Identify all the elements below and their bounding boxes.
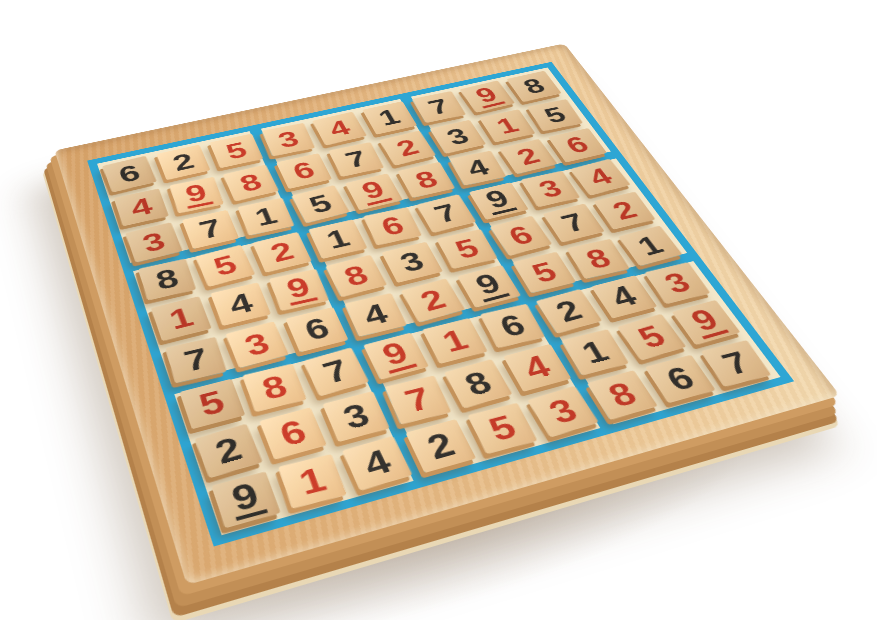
digit-4: 4 bbox=[518, 351, 555, 384]
digit-5: 5 bbox=[223, 139, 251, 163]
tile-r9c1[interactable]: 9 bbox=[212, 472, 282, 529]
digit-8: 8 bbox=[519, 75, 549, 97]
digit-5: 5 bbox=[540, 104, 570, 127]
digit-5: 5 bbox=[305, 191, 336, 217]
digit-8: 8 bbox=[602, 378, 642, 413]
digit-3: 3 bbox=[396, 248, 429, 277]
digit-9: 9 bbox=[180, 181, 213, 209]
digit-1: 1 bbox=[166, 303, 197, 334]
digit-6: 6 bbox=[289, 159, 318, 184]
tile-r9c2[interactable]: 1 bbox=[278, 454, 347, 509]
digit-3: 3 bbox=[659, 268, 696, 298]
digit-5: 5 bbox=[632, 321, 671, 353]
tile-r9c3[interactable]: 4 bbox=[342, 436, 413, 491]
digit-8: 8 bbox=[580, 245, 615, 273]
digit-3: 3 bbox=[241, 328, 274, 360]
digit-9: 9 bbox=[468, 270, 509, 303]
digit-4: 4 bbox=[359, 299, 392, 330]
digit-1: 1 bbox=[375, 106, 404, 129]
digit-2: 2 bbox=[415, 285, 450, 316]
digit-7: 7 bbox=[318, 355, 353, 389]
digit-3: 3 bbox=[442, 125, 473, 149]
digit-4: 4 bbox=[359, 444, 397, 482]
digit-7: 7 bbox=[181, 343, 212, 376]
digit-1: 1 bbox=[322, 225, 353, 253]
tile-r9c4[interactable]: 2 bbox=[406, 419, 477, 472]
digit-8: 8 bbox=[153, 265, 182, 294]
digit-9: 9 bbox=[375, 338, 417, 374]
digit-1: 1 bbox=[437, 324, 472, 356]
digit-9: 9 bbox=[684, 305, 729, 339]
digit-5: 5 bbox=[484, 411, 522, 447]
digit-7: 7 bbox=[400, 382, 435, 417]
tile-r4c5[interactable]: 6 bbox=[363, 207, 422, 246]
digit-4: 4 bbox=[325, 117, 354, 140]
digit-2: 2 bbox=[267, 238, 298, 266]
digit-7: 7 bbox=[342, 147, 371, 171]
digit-6: 6 bbox=[660, 362, 700, 396]
tile-r2c9[interactable]: 5 bbox=[527, 99, 583, 131]
digit-9: 9 bbox=[469, 85, 505, 109]
digit-1: 1 bbox=[252, 203, 281, 230]
digit-9: 9 bbox=[225, 478, 268, 521]
digit-7: 7 bbox=[556, 209, 590, 236]
digit-6: 6 bbox=[301, 314, 334, 346]
tile-r8c4[interactable]: 7 bbox=[384, 375, 451, 425]
digit-6: 6 bbox=[377, 213, 408, 240]
digit-2: 2 bbox=[550, 295, 587, 326]
digit-6: 6 bbox=[561, 133, 593, 157]
digit-5: 5 bbox=[527, 258, 562, 287]
digit-1: 1 bbox=[632, 231, 668, 259]
digit-2: 2 bbox=[512, 144, 544, 168]
tile-r8c3[interactable]: 3 bbox=[322, 391, 390, 442]
digit-1: 1 bbox=[492, 114, 522, 137]
digit-1: 1 bbox=[576, 336, 613, 369]
digit-9: 9 bbox=[479, 187, 518, 216]
digit-3: 3 bbox=[534, 176, 566, 202]
digit-1: 1 bbox=[295, 462, 330, 501]
digit-8: 8 bbox=[236, 170, 265, 196]
digit-2: 2 bbox=[211, 431, 247, 468]
digit-3: 3 bbox=[338, 398, 373, 434]
digit-7: 7 bbox=[430, 200, 463, 227]
digit-7: 7 bbox=[196, 216, 225, 243]
photo-canvas: 6253417984986723153715984268521679341498… bbox=[0, 0, 877, 620]
digit-8: 8 bbox=[258, 370, 291, 404]
digit-6: 6 bbox=[116, 161, 144, 186]
digit-8: 8 bbox=[340, 261, 373, 290]
digit-3: 3 bbox=[140, 228, 169, 256]
tile-r5c3[interactable]: 9 bbox=[269, 269, 329, 311]
digit-6: 6 bbox=[275, 415, 310, 452]
digit-4: 4 bbox=[128, 194, 156, 220]
digit-5: 5 bbox=[451, 235, 484, 263]
digit-5: 5 bbox=[210, 251, 241, 280]
digit-7: 7 bbox=[424, 96, 453, 118]
digit-9: 9 bbox=[355, 178, 392, 206]
digit-2: 2 bbox=[392, 136, 423, 160]
digit-9: 9 bbox=[280, 274, 317, 306]
digit-6: 6 bbox=[495, 310, 530, 341]
digit-4: 4 bbox=[462, 156, 493, 181]
digit-4: 4 bbox=[584, 164, 618, 189]
tile-r6c4[interactable]: 4 bbox=[344, 293, 407, 337]
digit-4: 4 bbox=[225, 289, 256, 319]
digit-2: 2 bbox=[170, 150, 198, 175]
digit-8: 8 bbox=[459, 366, 496, 400]
digit-4: 4 bbox=[605, 282, 642, 312]
digit-6: 6 bbox=[503, 222, 538, 250]
digit-3: 3 bbox=[275, 128, 302, 152]
digit-3: 3 bbox=[543, 394, 583, 430]
digit-2: 2 bbox=[422, 427, 460, 464]
digit-8: 8 bbox=[411, 167, 442, 192]
digit-2: 2 bbox=[608, 197, 642, 224]
digit-7: 7 bbox=[717, 347, 756, 380]
digit-5: 5 bbox=[195, 386, 228, 421]
